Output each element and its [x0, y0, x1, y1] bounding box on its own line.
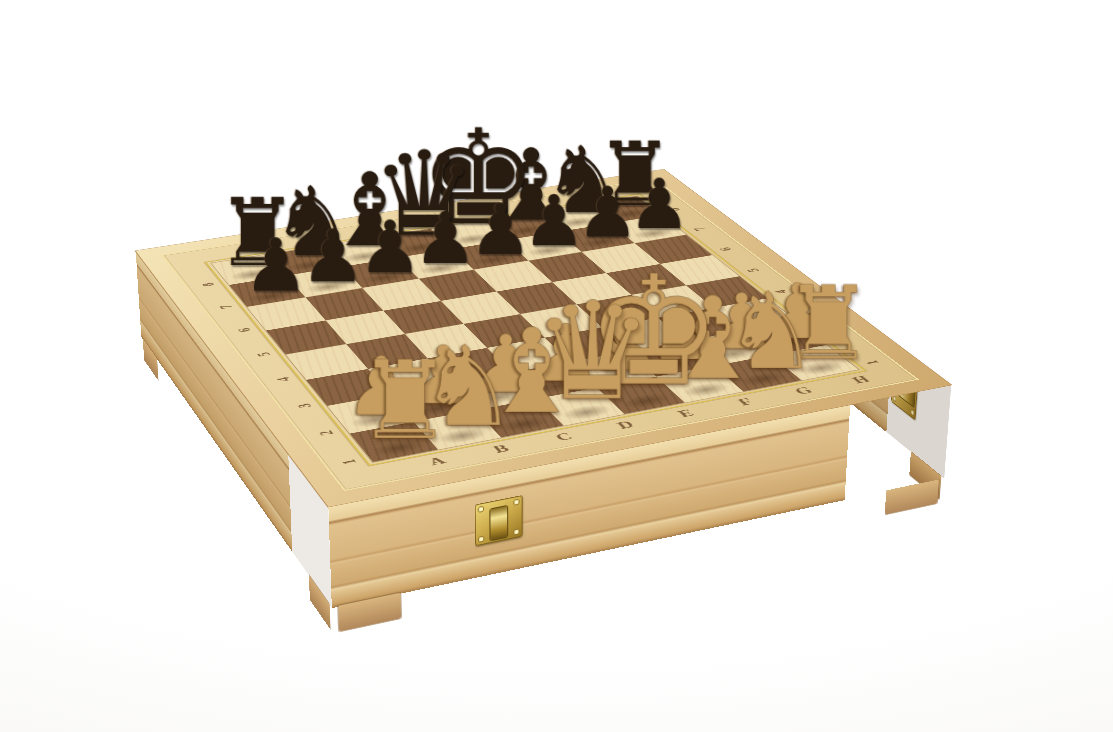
brass-latch-front — [475, 495, 523, 546]
rank-label: 7 — [216, 304, 235, 310]
file-label: A — [426, 455, 448, 467]
file-label: H — [849, 374, 873, 385]
box-foot — [338, 593, 401, 632]
box-foot — [143, 338, 159, 381]
piece-black-pawn[interactable]: ♟ — [358, 211, 423, 283]
box-foot — [885, 479, 939, 514]
file-label: F — [735, 396, 756, 406]
piece-black-pawn[interactable]: ♟ — [414, 202, 478, 273]
rank-label: 7 — [690, 227, 708, 232]
rank-label: 8 — [199, 282, 217, 288]
photo-stage: ♜♞♝♛♚♝♞♜♟♟♟♟♟♟♟♟♟♟♟♟♟♟♟♟♜♞♝♛♚♝♞♜ ABCDEFG… — [0, 0, 1113, 732]
piece-black-pawn[interactable]: ♟ — [469, 194, 533, 265]
file-label: G — [791, 385, 815, 396]
piece-black-pawn[interactable]: ♟ — [301, 219, 366, 292]
file-label: D — [614, 419, 636, 430]
rank-label: 1 — [338, 458, 359, 465]
file-label: B — [490, 443, 511, 454]
file-label: E — [675, 408, 697, 419]
file-label: C — [552, 431, 574, 442]
box-foot — [309, 575, 331, 630]
piece-white-rook[interactable]: ♜ — [356, 347, 453, 455]
rank-label: 6 — [234, 327, 253, 333]
chess-box-lid: ♜♞♝♛♚♝♞♜♟♟♟♟♟♟♟♟♟♟♟♟♟♟♟♟♜♞♝♛♚♝♞♜ ABCDEFG… — [136, 169, 952, 507]
piece-black-pawn[interactable]: ♟ — [243, 228, 309, 301]
rank-label: 5 — [253, 351, 273, 357]
rank-label: 4 — [273, 376, 293, 383]
